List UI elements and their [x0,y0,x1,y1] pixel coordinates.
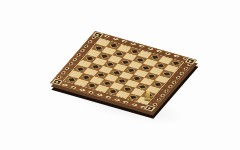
square-inlay-diamond [130,96,136,99]
square-inlay-diamond [116,52,122,55]
square-inlay-diamond [152,56,158,59]
square-inlay-diamond [148,75,154,78]
square-inlay-diamond [89,84,95,87]
square-inlay-diamond [92,65,98,68]
square-inlay-diamond [98,73,104,76]
square-inlay-diamond [86,57,92,60]
square-inlay-diamond [128,69,134,72]
square-inlay-diamond [77,67,83,70]
square-inlay-diamond [139,85,145,88]
brass-clasp-icon [145,90,150,100]
square-inlay-diamond [172,62,178,65]
square-inlay-diamond [83,76,89,79]
square-inlay-diamond [119,79,125,82]
square-inlay-diamond [124,87,130,90]
square-inlay-diamond [107,63,113,66]
square-inlay-diamond [158,64,164,67]
square-inlay-diamond [68,78,74,81]
square-inlay-diamond [137,58,143,61]
square-inlay-diamond [122,60,128,63]
square-inlay-diamond [104,82,110,85]
square-inlay-diamond [110,44,116,47]
product-photo[interactable] [0,0,240,150]
square-inlay-diamond [143,66,149,69]
square-inlay-diamond [95,46,101,49]
square-inlay-diamond [163,72,169,75]
square-inlay-diamond [154,83,160,86]
square-inlay-diamond [113,71,119,74]
border-corner-bottom-left [144,105,155,111]
square-inlay-diamond [134,77,140,80]
square-inlay-diamond [109,90,115,93]
square-inlay-diamond [131,50,137,53]
square-inlay-diamond [101,55,107,58]
